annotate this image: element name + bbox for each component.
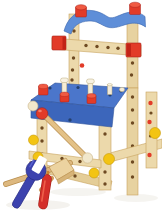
toy-chair-illustration [0,0,162,212]
red-screw-dot [80,63,85,68]
red-ball-knob [36,108,48,120]
red-block-right-side [127,44,131,56]
cream-peg-small [107,83,112,94]
red-ball-highlight [38,110,42,112]
red-cap-seat-corner [39,84,49,95]
right-leg-frame [110,88,162,195]
red-cap-left [76,5,87,17]
cream-knob [119,87,124,91]
cream-ball-knob [28,101,38,111]
red-cap-right [130,2,141,14]
toy-product-photo: Children's wooden construction toy set a… [0,0,162,212]
dowel-ball-end [82,153,92,163]
backrest [52,2,146,88]
rear-right-leg [127,88,138,195]
red-block-left-side [63,37,67,50]
post-holes [70,29,134,81]
